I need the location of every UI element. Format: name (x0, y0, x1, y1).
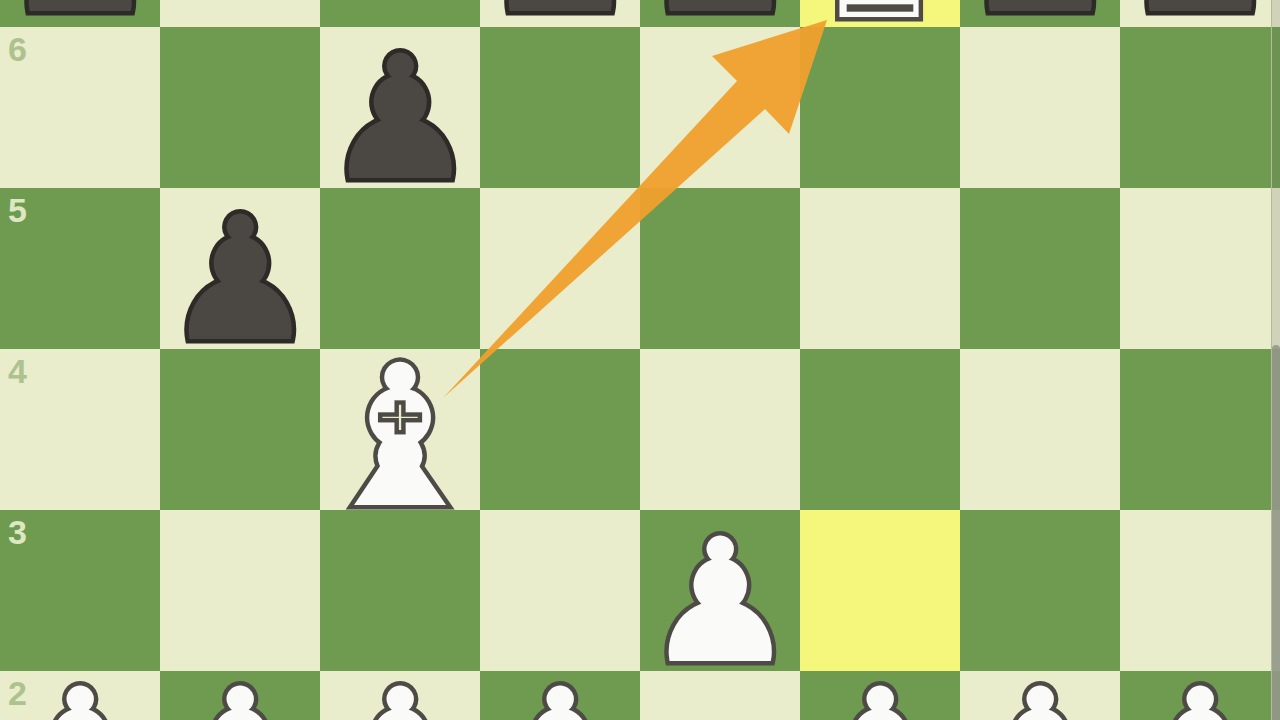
pawn-glyph-fill: ♟ (3, 666, 157, 720)
square-g3[interactable] (960, 510, 1120, 671)
square-h4[interactable] (1120, 349, 1280, 510)
square-b7[interactable] (160, 0, 320, 27)
pawn-glyph-fill: ♟ (803, 666, 957, 720)
square-h5[interactable] (1120, 188, 1280, 349)
square-h3[interactable] (1120, 510, 1280, 671)
square-d3[interactable] (480, 510, 640, 671)
pawn-glyph-fill: ♟ (163, 194, 317, 366)
pawn-glyph-fill: ♟ (483, 0, 637, 38)
square-f4[interactable] (800, 349, 960, 510)
pawn-glyph-fill: ♟ (1123, 0, 1277, 38)
piece-white-pawn-d2[interactable]: ♟♟ (480, 671, 640, 720)
piece-white-queen-f7[interactable]: ♛♛ (800, 0, 960, 27)
piece-white-pawn-g2[interactable]: ♟♟ (960, 671, 1120, 720)
pawn-glyph-fill: ♟ (643, 516, 797, 688)
piece-white-pawn-b2[interactable]: ♟♟ (160, 671, 320, 720)
piece-white-pawn-e3[interactable]: ♟♟ (640, 510, 800, 671)
pawn-glyph-fill: ♟ (3, 0, 157, 38)
square-d5[interactable] (480, 188, 640, 349)
queen-glyph-fill: ♛ (796, 0, 965, 46)
square-g5[interactable] (960, 188, 1120, 349)
square-f3[interactable] (800, 510, 960, 671)
piece-white-pawn-h2[interactable]: ♟♟ (1120, 671, 1280, 720)
piece-black-pawn-e7[interactable]: ♟♟ (640, 0, 800, 27)
pawn-glyph-fill: ♟ (643, 0, 797, 38)
square-b3[interactable] (160, 510, 320, 671)
rank-label-4: 4 (8, 354, 27, 388)
square-f5[interactable] (800, 188, 960, 349)
piece-black-pawn-h7[interactable]: ♟♟ (1120, 0, 1280, 27)
square-e5[interactable] (640, 188, 800, 349)
pawn-glyph-fill: ♟ (483, 666, 637, 720)
bishop-glyph-fill: ♝ (312, 339, 488, 535)
piece-white-pawn-c2[interactable]: ♟♟ (320, 671, 480, 720)
rank-label-3: 3 (8, 515, 27, 549)
rank-label-5: 5 (8, 193, 27, 227)
piece-black-pawn-a7[interactable]: ♟♟ (0, 0, 160, 27)
piece-black-pawn-d7[interactable]: ♟♟ (480, 0, 640, 27)
piece-black-pawn-g7[interactable]: ♟♟ (960, 0, 1120, 27)
piece-black-pawn-c6[interactable]: ♟♟ (320, 27, 480, 188)
right-edge-strip (1271, 0, 1280, 720)
piece-white-pawn-f2[interactable]: ♟♟ (800, 671, 960, 720)
square-a5[interactable]: 5 (0, 188, 160, 349)
piece-white-bishop-c4[interactable]: ♝♝ (320, 349, 480, 510)
pawn-glyph-fill: ♟ (163, 666, 317, 720)
pawn-glyph-fill: ♟ (323, 33, 477, 205)
chess-board[interactable]: 65432♟♟♟♟♟♟♛♛♟♟♟♟♟♟♟♟♝♝♟♟♟♟♟♟♟♟♟♟♟♟♟♟♟♟ (0, 0, 1280, 720)
screenshot-root: { "game": "chess", "view": { "descriptio… (0, 0, 1280, 720)
square-d4[interactable] (480, 349, 640, 510)
square-a4[interactable]: 4 (0, 349, 160, 510)
square-b6[interactable] (160, 27, 320, 188)
pawn-glyph-fill: ♟ (323, 666, 477, 720)
pawn-glyph-fill: ♟ (963, 0, 1117, 38)
piece-white-pawn-a2[interactable]: ♟♟ (0, 671, 160, 720)
pawn-glyph-fill: ♟ (963, 666, 1117, 720)
square-g4[interactable] (960, 349, 1120, 510)
piece-black-pawn-b5[interactable]: ♟♟ (160, 188, 320, 349)
square-e4[interactable] (640, 349, 800, 510)
square-a3[interactable]: 3 (0, 510, 160, 671)
pawn-glyph-fill: ♟ (1123, 666, 1277, 720)
scrollbar-thumb[interactable] (1272, 345, 1280, 720)
